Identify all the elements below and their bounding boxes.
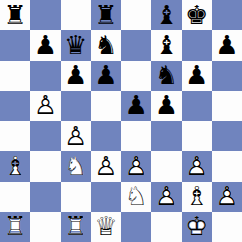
white-pawn-piece: ♟♙ xyxy=(61,121,91,151)
square-h6[interactable] xyxy=(212,61,242,91)
square-b5[interactable]: ♟♙ xyxy=(30,91,60,121)
square-b8[interactable] xyxy=(30,0,60,30)
square-h8[interactable] xyxy=(212,0,242,30)
black-rook-piece: ♜ xyxy=(91,0,121,30)
square-e4[interactable] xyxy=(121,121,151,151)
square-f5[interactable]: ♟ xyxy=(151,91,181,121)
square-h2[interactable]: ♟♙ xyxy=(212,182,242,212)
square-f2[interactable]: ♟♙ xyxy=(151,182,181,212)
piece-outline: ♘ xyxy=(121,182,151,212)
square-b6[interactable] xyxy=(30,61,60,91)
square-b7[interactable]: ♟ xyxy=(30,30,60,60)
piece-outline: ♙ xyxy=(61,121,91,151)
white-pawn-piece: ♟♙ xyxy=(151,182,181,212)
square-h7[interactable]: ♟ xyxy=(212,30,242,60)
piece-outline: ♙ xyxy=(121,151,151,181)
square-e3[interactable]: ♟♙ xyxy=(121,151,151,181)
square-f4[interactable] xyxy=(151,121,181,151)
piece-body: ♚ xyxy=(182,0,212,30)
square-e2[interactable]: ♞♘ xyxy=(121,182,151,212)
square-c5[interactable] xyxy=(61,91,91,121)
black-bishop-piece: ♝ xyxy=(151,30,181,60)
square-d4[interactable] xyxy=(91,121,121,151)
white-pawn-piece: ♟♙ xyxy=(91,151,121,181)
black-rook-piece: ♜ xyxy=(0,0,30,30)
square-g3[interactable]: ♟♙ xyxy=(182,151,212,181)
piece-body: ♟ xyxy=(61,61,91,91)
square-a6[interactable] xyxy=(0,61,30,91)
square-g8[interactable]: ♚ xyxy=(182,0,212,30)
piece-body: ♝ xyxy=(151,30,181,60)
square-d7[interactable]: ♞ xyxy=(91,30,121,60)
white-queen-piece: ♛♕ xyxy=(91,212,121,242)
square-d2[interactable] xyxy=(91,182,121,212)
white-rook-piece: ♜♖ xyxy=(61,212,91,242)
square-b2[interactable] xyxy=(30,182,60,212)
square-g7[interactable] xyxy=(182,30,212,60)
piece-body: ♞ xyxy=(151,61,181,91)
square-f6[interactable]: ♞ xyxy=(151,61,181,91)
piece-body: ♟ xyxy=(121,91,151,121)
black-pawn-piece: ♟ xyxy=(121,91,151,121)
black-pawn-piece: ♟ xyxy=(30,30,60,60)
square-f3[interactable] xyxy=(151,151,181,181)
white-king-piece: ♚♔ xyxy=(182,212,212,242)
black-pawn-piece: ♟ xyxy=(151,91,181,121)
piece-outline: ♔ xyxy=(182,212,212,242)
piece-body: ♟ xyxy=(30,30,60,60)
piece-body: ♜ xyxy=(91,0,121,30)
square-d3[interactable]: ♟♙ xyxy=(91,151,121,181)
square-f7[interactable]: ♝ xyxy=(151,30,181,60)
piece-outline: ♖ xyxy=(0,212,30,242)
square-a4[interactable] xyxy=(0,121,30,151)
square-f1[interactable] xyxy=(151,212,181,242)
piece-outline: ♙ xyxy=(91,151,121,181)
white-pawn-piece: ♟♙ xyxy=(121,151,151,181)
square-c1[interactable]: ♜♖ xyxy=(61,212,91,242)
white-rook-piece: ♜♖ xyxy=(0,212,30,242)
black-pawn-piece: ♟ xyxy=(212,30,242,60)
piece-body: ♜ xyxy=(0,0,30,30)
black-pawn-piece: ♟ xyxy=(61,61,91,91)
black-pawn-piece: ♟ xyxy=(91,61,121,91)
square-e7[interactable] xyxy=(121,30,151,60)
black-knight-piece: ♞ xyxy=(151,61,181,91)
piece-outline: ♙ xyxy=(182,151,212,181)
piece-outline: ♙ xyxy=(212,182,242,212)
black-bishop-piece: ♝ xyxy=(151,0,181,30)
piece-body: ♟ xyxy=(151,91,181,121)
square-d5[interactable] xyxy=(91,91,121,121)
piece-body: ♟ xyxy=(182,61,212,91)
white-bishop-piece: ♝♗ xyxy=(0,151,30,181)
piece-outline: ♖ xyxy=(61,212,91,242)
square-h4[interactable] xyxy=(212,121,242,151)
piece-body: ♞ xyxy=(91,30,121,60)
square-a5[interactable] xyxy=(0,91,30,121)
piece-outline: ♙ xyxy=(151,182,181,212)
piece-outline: ♗ xyxy=(182,182,212,212)
square-e8[interactable] xyxy=(121,0,151,30)
square-e5[interactable]: ♟ xyxy=(121,91,151,121)
square-g6[interactable]: ♟ xyxy=(182,61,212,91)
piece-body: ♟ xyxy=(212,30,242,60)
square-d6[interactable]: ♟ xyxy=(91,61,121,91)
square-a8[interactable]: ♜ xyxy=(0,0,30,30)
piece-body: ♛ xyxy=(61,30,91,60)
square-c6[interactable]: ♟ xyxy=(61,61,91,91)
square-c7[interactable]: ♛ xyxy=(61,30,91,60)
white-bishop-piece: ♝♗ xyxy=(182,182,212,212)
square-b3[interactable] xyxy=(30,151,60,181)
piece-outline: ♕ xyxy=(91,212,121,242)
square-f8[interactable]: ♝ xyxy=(151,0,181,30)
white-pawn-piece: ♟♙ xyxy=(30,91,60,121)
square-e1[interactable] xyxy=(121,212,151,242)
square-g5[interactable] xyxy=(182,91,212,121)
chessboard-screenshot: ♜♜♝♚♟♛♞♝♟♟♟♞♟♟♙♟♟♟♙♝♗♞♘♟♙♟♙♟♙♞♘♟♙♝♗♟♙♜♖♜… xyxy=(0,0,242,242)
square-a1[interactable]: ♜♖ xyxy=(0,212,30,242)
square-a7[interactable] xyxy=(0,30,30,60)
square-c4[interactable]: ♟♙ xyxy=(61,121,91,151)
black-queen-piece: ♛ xyxy=(61,30,91,60)
black-king-piece: ♚ xyxy=(182,0,212,30)
white-knight-piece: ♞♘ xyxy=(61,151,91,181)
square-c2[interactable] xyxy=(61,182,91,212)
square-h1[interactable] xyxy=(212,212,242,242)
square-g2[interactable]: ♝♗ xyxy=(182,182,212,212)
chess-board: ♜♜♝♚♟♛♞♝♟♟♟♞♟♟♙♟♟♟♙♝♗♞♘♟♙♟♙♟♙♞♘♟♙♝♗♟♙♜♖♜… xyxy=(0,0,242,242)
square-d8[interactable]: ♜ xyxy=(91,0,121,30)
square-g4[interactable] xyxy=(182,121,212,151)
square-b1[interactable] xyxy=(30,212,60,242)
black-knight-piece: ♞ xyxy=(91,30,121,60)
piece-outline: ♙ xyxy=(30,91,60,121)
square-a2[interactable] xyxy=(0,182,30,212)
white-pawn-piece: ♟♙ xyxy=(212,182,242,212)
piece-outline: ♘ xyxy=(61,151,91,181)
piece-outline: ♗ xyxy=(0,151,30,181)
square-g1[interactable]: ♚♔ xyxy=(182,212,212,242)
square-b4[interactable] xyxy=(30,121,60,151)
black-pawn-piece: ♟ xyxy=(182,61,212,91)
piece-body: ♝ xyxy=(151,0,181,30)
square-c8[interactable] xyxy=(61,0,91,30)
square-a3[interactable]: ♝♗ xyxy=(0,151,30,181)
square-c3[interactable]: ♞♘ xyxy=(61,151,91,181)
white-pawn-piece: ♟♙ xyxy=(182,151,212,181)
square-d1[interactable]: ♛♕ xyxy=(91,212,121,242)
piece-body: ♟ xyxy=(91,61,121,91)
square-e6[interactable] xyxy=(121,61,151,91)
square-h5[interactable] xyxy=(212,91,242,121)
white-knight-piece: ♞♘ xyxy=(121,182,151,212)
square-h3[interactable] xyxy=(212,151,242,181)
